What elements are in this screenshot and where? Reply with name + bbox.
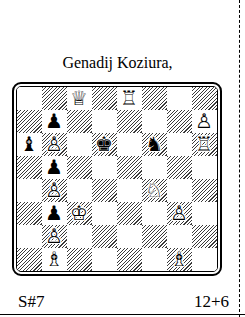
- square-f1: [142, 248, 167, 271]
- square-e2: [117, 225, 142, 248]
- square-h4: [192, 179, 217, 202]
- white-pawn: ♙: [45, 133, 63, 156]
- square-b3: ♟: [42, 202, 67, 225]
- square-a8: [17, 87, 42, 110]
- square-f2: [142, 225, 167, 248]
- square-a1: [17, 248, 42, 271]
- white-pawn: ♙: [170, 202, 188, 225]
- square-h1: [192, 248, 217, 271]
- square-e4: [117, 179, 142, 202]
- square-f4: ♘: [142, 179, 167, 202]
- author-line: Genadij Koziura,: [0, 51, 235, 75]
- square-d2: [92, 225, 117, 248]
- square-f7: [142, 110, 167, 133]
- square-h2: [192, 225, 217, 248]
- black-pawn: ♟: [45, 202, 63, 225]
- white-pawn: ♙: [195, 110, 213, 133]
- square-b1: ♗: [42, 248, 67, 271]
- chessboard-inner-border: ♕♖♟♙♝♙♚♞♖♟♙♘♟♔♙♙♗♗: [16, 86, 218, 272]
- material-count-label: 12+6: [194, 292, 229, 312]
- square-c3: ♔: [67, 202, 92, 225]
- square-e8: ♖: [117, 87, 142, 110]
- square-h5: [192, 156, 217, 179]
- square-f3: [142, 202, 167, 225]
- square-c4: [67, 179, 92, 202]
- square-e7: [117, 110, 142, 133]
- square-g7: [167, 110, 192, 133]
- square-d6: ♚: [92, 133, 117, 156]
- square-b5: ♟: [42, 156, 67, 179]
- square-f5: [142, 156, 167, 179]
- white-knight: ♘: [145, 179, 163, 202]
- square-b8: [42, 87, 67, 110]
- square-b4: ♙: [42, 179, 67, 202]
- square-a2: [17, 225, 42, 248]
- square-b2: ♙: [42, 225, 67, 248]
- square-f8: [142, 87, 167, 110]
- square-a4: [17, 179, 42, 202]
- white-queen: ♕: [70, 87, 88, 110]
- square-e6: [117, 133, 142, 156]
- black-bishop: ♝: [20, 133, 38, 156]
- square-g3: ♙: [167, 202, 192, 225]
- square-g8: [167, 87, 192, 110]
- chessboard-wrapper: ♕♖♟♙♝♙♚♞♖♟♙♘♟♔♙♙♗♗: [0, 82, 233, 276]
- white-pawn: ♙: [45, 225, 63, 248]
- square-c6: [67, 133, 92, 156]
- square-g4: [167, 179, 192, 202]
- chessboard-outer-border: ♕♖♟♙♝♙♚♞♖♟♙♘♟♔♙♙♗♗: [12, 82, 222, 276]
- caption-row: S#7 12+6: [18, 292, 229, 312]
- square-c2: [67, 225, 92, 248]
- square-a6: ♝: [17, 133, 42, 156]
- square-c8: ♕: [67, 87, 92, 110]
- chessboard: ♕♖♟♙♝♙♚♞♖♟♙♘♟♔♙♙♗♗: [17, 87, 217, 271]
- square-g5: [167, 156, 192, 179]
- white-pawn: ♙: [45, 179, 63, 202]
- square-c5: [67, 156, 92, 179]
- white-bishop: ♗: [170, 248, 188, 271]
- square-b7: ♟: [42, 110, 67, 133]
- square-d3: [92, 202, 117, 225]
- square-g2: [167, 225, 192, 248]
- square-g6: [167, 133, 192, 156]
- page-rule-line: [0, 314, 245, 315]
- square-d5: [92, 156, 117, 179]
- black-knight: ♞: [145, 133, 163, 156]
- square-h6: ♖: [192, 133, 217, 156]
- square-d4: [92, 179, 117, 202]
- square-c7: [67, 110, 92, 133]
- square-d8: [92, 87, 117, 110]
- square-e5: [117, 156, 142, 179]
- black-king: ♚: [95, 133, 113, 156]
- square-d7: [92, 110, 117, 133]
- square-a7: [17, 110, 42, 133]
- black-pawn: ♟: [45, 156, 63, 179]
- page-cut-dashed-line: [239, 0, 240, 317]
- square-e1: [117, 248, 142, 271]
- square-h3: [192, 202, 217, 225]
- square-h7: ♙: [192, 110, 217, 133]
- square-f6: ♞: [142, 133, 167, 156]
- square-g1: ♗: [167, 248, 192, 271]
- square-h8: [192, 87, 217, 110]
- white-rook: ♖: [120, 87, 138, 110]
- square-a5: [17, 156, 42, 179]
- stipulation-label: S#7: [18, 292, 44, 312]
- white-king: ♔: [70, 202, 88, 225]
- square-e3: [117, 202, 142, 225]
- white-rook: ♖: [195, 133, 213, 156]
- square-b6: ♙: [42, 133, 67, 156]
- white-bishop: ♗: [45, 248, 63, 271]
- black-pawn: ♟: [45, 110, 63, 133]
- square-d1: [92, 248, 117, 271]
- square-c1: [67, 248, 92, 271]
- square-a3: [17, 202, 42, 225]
